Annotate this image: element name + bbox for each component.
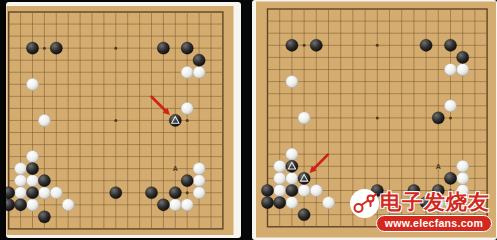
black-stone <box>157 199 169 211</box>
go-board-left: A <box>6 2 241 238</box>
white-stone <box>26 151 38 163</box>
white-stone <box>457 184 469 196</box>
white-stone <box>274 172 286 184</box>
go-board-right-svg: A <box>252 0 497 240</box>
black-stone <box>286 184 298 196</box>
star-point <box>186 191 189 194</box>
black-stone <box>457 51 469 63</box>
white-stone <box>26 78 38 90</box>
white-stone <box>181 66 193 78</box>
white-stone <box>457 172 469 184</box>
white-stone <box>274 184 286 196</box>
white-stone <box>169 199 181 211</box>
white-stone <box>457 160 469 172</box>
black-stone <box>26 163 38 175</box>
go-board-right: A <box>252 0 497 240</box>
black-stone <box>261 197 273 209</box>
black-stone <box>444 172 456 184</box>
white-stone <box>322 197 334 209</box>
white-stone <box>444 63 456 75</box>
black-stone <box>420 39 432 51</box>
point-label-A: A <box>173 165 178 172</box>
white-stone <box>286 148 298 160</box>
black-stone <box>38 211 50 223</box>
white-stone <box>286 172 298 184</box>
white-stone <box>286 76 298 88</box>
star-point <box>43 47 46 50</box>
star-point <box>114 47 117 50</box>
white-stone <box>15 187 27 199</box>
black-stone <box>371 184 383 196</box>
star-point <box>186 119 189 122</box>
white-stone <box>444 100 456 112</box>
white-stone <box>26 175 38 187</box>
white-stone <box>181 199 193 211</box>
black-stone <box>274 197 286 209</box>
white-stone <box>298 112 310 124</box>
white-stone <box>298 184 310 196</box>
black-stone <box>298 209 310 221</box>
star-point <box>449 116 452 119</box>
white-stone <box>457 63 469 75</box>
black-stone <box>110 187 122 199</box>
white-stone <box>38 114 50 126</box>
white-stone <box>193 163 205 175</box>
white-stone <box>15 175 27 187</box>
black-stone <box>193 54 205 66</box>
black-stone <box>169 187 181 199</box>
white-stone <box>15 163 27 175</box>
white-stone <box>26 199 38 211</box>
white-stone <box>432 197 444 209</box>
white-stone <box>193 187 205 199</box>
white-stone <box>50 187 62 199</box>
star-point <box>114 119 117 122</box>
star-point <box>376 44 379 47</box>
white-stone <box>274 160 286 172</box>
black-stone <box>261 184 273 196</box>
star-point <box>449 189 452 192</box>
black-stone <box>181 175 193 187</box>
black-stone <box>432 112 444 124</box>
black-stone <box>408 184 420 196</box>
black-stone <box>181 42 193 54</box>
go-board-left-svg: A <box>6 2 241 238</box>
point-label-A: A <box>436 163 441 170</box>
white-stone <box>193 175 205 187</box>
black-stone <box>145 187 157 199</box>
white-stone <box>444 197 456 209</box>
black-stone <box>26 42 38 54</box>
black-stone <box>286 39 298 51</box>
black-stone <box>50 42 62 54</box>
black-stone <box>310 39 322 51</box>
white-stone <box>286 197 298 209</box>
white-stone <box>38 187 50 199</box>
white-stone <box>193 66 205 78</box>
white-stone <box>310 184 322 196</box>
star-point <box>303 44 306 47</box>
black-stone <box>420 197 432 209</box>
black-stone <box>26 187 38 199</box>
black-stone <box>432 184 444 196</box>
black-stone <box>38 175 50 187</box>
white-stone <box>181 102 193 114</box>
black-stone <box>157 42 169 54</box>
black-stone <box>444 39 456 51</box>
star-point <box>376 116 379 119</box>
white-stone <box>62 199 74 211</box>
black-stone <box>15 199 27 211</box>
